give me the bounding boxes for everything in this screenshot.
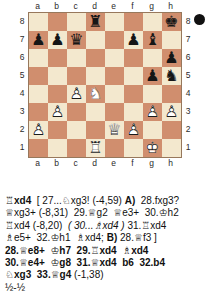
rank-label-7: 7	[182, 30, 194, 48]
square-h7[interactable]	[162, 31, 181, 49]
square-g7[interactable]: ♝	[143, 31, 162, 49]
square-c1[interactable]	[67, 139, 86, 157]
square-c8[interactable]	[67, 13, 86, 31]
square-a3[interactable]	[29, 103, 48, 121]
analysis-line-7: ♘xg3 33.♕g4 (-1,38)	[5, 269, 211, 281]
square-f4[interactable]	[124, 85, 143, 103]
white-pawn: ♟♙	[124, 121, 143, 139]
file-label-a: a	[28, 1, 47, 12]
square-f6[interactable]	[124, 49, 143, 67]
square-b7[interactable]: ♟	[48, 31, 67, 49]
square-h8[interactable]: ♚	[162, 13, 181, 31]
square-e1[interactable]	[105, 139, 124, 157]
square-d1[interactable]: ♜♖	[86, 139, 105, 157]
square-b8[interactable]	[48, 13, 67, 31]
square-a1[interactable]	[29, 139, 48, 157]
square-d5[interactable]	[86, 67, 105, 85]
analysis-line-4: ♗e5+ 32.♔h1 ♗xd4; B) 28.♕f3 ]	[5, 232, 211, 244]
white-pawn: ♟♙	[162, 103, 181, 121]
square-e8[interactable]	[105, 13, 124, 31]
square-b4[interactable]	[48, 85, 67, 103]
square-f8[interactable]	[124, 13, 143, 31]
file-label-f: f	[123, 158, 142, 169]
square-f2[interactable]: ♟♙	[124, 121, 143, 139]
black-pawn: ♟	[162, 49, 181, 67]
black-knight: ♞	[162, 67, 181, 85]
analysis-line-1: ♖xd4 [ 27...♘xg3! (-4,59) A) 28.fxg3?	[5, 195, 211, 207]
white-knight: ♞♘	[86, 85, 105, 103]
square-a4[interactable]	[29, 85, 48, 103]
file-label-a: a	[28, 158, 47, 169]
square-e6[interactable]	[105, 49, 124, 67]
file-label-d: d	[85, 158, 104, 169]
file-label-g: g	[142, 1, 161, 12]
white-pawn: ♟♙	[48, 103, 67, 121]
rank-label-4: 4	[182, 84, 194, 102]
file-labels-top: abcdefgh	[28, 1, 194, 12]
square-f5[interactable]	[124, 67, 143, 85]
rank-label-4: 4	[16, 84, 28, 102]
square-a2[interactable]: ♟♙	[29, 121, 48, 139]
square-h2[interactable]	[162, 121, 181, 139]
analysis-line-2: ♕xg3+ (-8,31) 29.♕g2 ♕e3+ 30.♔h2	[5, 207, 211, 219]
analysis-line-5: 28.♕e8+ ♔h7 29.♖xd4 ♗xd4	[5, 245, 211, 257]
square-c2[interactable]	[67, 121, 86, 139]
rank-label-8: 8	[182, 12, 194, 30]
rank-labels-right: 87654321	[182, 12, 194, 158]
rank-label-8: 8	[16, 12, 28, 30]
black-pawn: ♟	[48, 31, 67, 49]
black-pawn: ♟	[143, 67, 162, 85]
square-g2[interactable]	[143, 121, 162, 139]
file-label-f: f	[123, 1, 142, 12]
square-d2[interactable]	[86, 121, 105, 139]
square-c3[interactable]	[67, 103, 86, 121]
square-e7[interactable]	[105, 31, 124, 49]
square-g1[interactable]: ♚♔	[143, 139, 162, 157]
square-e3[interactable]	[105, 103, 124, 121]
white-rook: ♜♖	[86, 139, 105, 157]
chess-board: abcdefgh 87654321 ♜♚♟♟♛♟♝♟♟♞♟♙♞♘♟♙♟♙♟♙♟♙…	[16, 1, 194, 169]
square-f3[interactable]	[124, 103, 143, 121]
square-a5[interactable]	[29, 67, 48, 85]
square-c4[interactable]: ♟♙	[67, 85, 86, 103]
square-h6[interactable]: ♟	[162, 49, 181, 67]
file-label-e: e	[104, 1, 123, 12]
analysis-line-3: ♖xd4 (-8,20) ( 30...♗xd4 ) 31.♖xd4	[5, 220, 211, 232]
black-pawn: ♟	[29, 31, 48, 49]
file-label-h: h	[161, 1, 180, 12]
square-e2[interactable]: ♛♕	[105, 121, 124, 139]
rank-label-2: 2	[182, 120, 194, 138]
white-king: ♚♔	[143, 139, 162, 157]
white-pawn: ♟♙	[29, 121, 48, 139]
rank-label-1: 1	[182, 138, 194, 156]
rank-label-5: 5	[182, 66, 194, 84]
file-labels-bottom: abcdefgh	[28, 158, 194, 169]
file-label-c: c	[66, 1, 85, 12]
square-d6[interactable]	[86, 49, 105, 67]
file-label-b: b	[47, 158, 66, 169]
black-king: ♚	[162, 13, 181, 31]
square-h1[interactable]	[162, 139, 181, 157]
square-a8[interactable]	[29, 13, 48, 31]
file-label-g: g	[142, 158, 161, 169]
game-result: ½-½	[5, 282, 211, 294]
square-a7[interactable]: ♟	[29, 31, 48, 49]
white-queen: ♛♕	[105, 121, 124, 139]
rank-label-3: 3	[16, 102, 28, 120]
square-f1[interactable]	[124, 139, 143, 157]
square-g6[interactable]	[143, 49, 162, 67]
square-b1[interactable]	[48, 139, 67, 157]
square-f7[interactable]: ♟	[124, 31, 143, 49]
square-e4[interactable]	[105, 85, 124, 103]
square-d4[interactable]: ♞♘	[86, 85, 105, 103]
square-c5[interactable]	[67, 67, 86, 85]
black-bishop: ♝	[143, 31, 162, 49]
rank-label-6: 6	[16, 48, 28, 66]
file-label-b: b	[47, 1, 66, 12]
square-g8[interactable]	[143, 13, 162, 31]
square-h4[interactable]	[162, 85, 181, 103]
board-grid: ♜♚♟♟♛♟♝♟♟♞♟♙♞♘♟♙♟♙♟♙♟♙♛♕♟♙♜♖♚♔	[28, 12, 182, 158]
file-label-h: h	[161, 158, 180, 169]
rank-label-5: 5	[16, 66, 28, 84]
rank-label-7: 7	[16, 30, 28, 48]
square-e5[interactable]	[105, 67, 124, 85]
square-d7[interactable]	[86, 31, 105, 49]
chess-analysis-page: abcdefgh 87654321 ♜♚♟♟♛♟♝♟♟♞♟♙♞♘♟♙♟♙♟♙♟♙…	[0, 0, 213, 300]
square-d8[interactable]: ♜	[86, 13, 105, 31]
rank-label-6: 6	[182, 48, 194, 66]
black-rook: ♜	[86, 13, 105, 31]
rank-label-1: 1	[16, 138, 28, 156]
square-b2[interactable]	[48, 121, 67, 139]
file-label-d: d	[85, 1, 104, 12]
rank-labels-left: 87654321	[16, 12, 28, 158]
square-g5[interactable]: ♟	[143, 67, 162, 85]
rank-label-2: 2	[16, 120, 28, 138]
square-d3[interactable]	[86, 103, 105, 121]
square-b5[interactable]	[48, 67, 67, 85]
square-g4[interactable]	[143, 85, 162, 103]
white-pawn: ♟♙	[143, 103, 162, 121]
white-pawn: ♟♙	[67, 85, 86, 103]
rank-label-3: 3	[182, 102, 194, 120]
square-h3[interactable]: ♟♙	[162, 103, 181, 121]
analysis-line-6: 30.♕e4+ ♔g8 31.♕xd4 b6 32.b4	[5, 257, 211, 269]
square-c7[interactable]: ♛	[67, 31, 86, 49]
square-b6[interactable]	[48, 49, 67, 67]
square-c6[interactable]	[67, 49, 86, 67]
square-a6[interactable]	[29, 49, 48, 67]
black-queen: ♛	[67, 31, 86, 49]
file-label-c: c	[66, 158, 85, 169]
analysis-text: ♖xd4 [ 27...♘xg3! (-4,59) A) 28.fxg3?♕xg…	[5, 195, 211, 294]
square-h5[interactable]: ♞	[162, 67, 181, 85]
black-to-move-indicator	[194, 14, 205, 25]
black-pawn: ♟	[124, 31, 143, 49]
file-label-e: e	[104, 158, 123, 169]
square-g3[interactable]: ♟♙	[143, 103, 162, 121]
square-b3[interactable]: ♟♙	[48, 103, 67, 121]
